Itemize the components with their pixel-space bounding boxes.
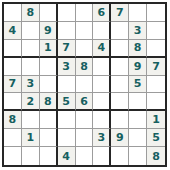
cell-r6c5[interactable]: 6 (76, 93, 94, 111)
cell-r1c5[interactable] (76, 4, 94, 22)
cell-r4c6[interactable] (93, 58, 111, 76)
cell-r2c3[interactable]: 9 (40, 22, 58, 40)
cell-r6c4[interactable]: 5 (58, 93, 76, 111)
cell-r6c3[interactable]: 8 (40, 93, 58, 111)
cell-r4c7[interactable] (111, 58, 129, 76)
cell-r4c9[interactable]: 7 (147, 58, 165, 76)
cell-r1c4[interactable] (58, 4, 76, 22)
cell-r5c4[interactable] (58, 76, 76, 94)
cell-r8c6[interactable]: 3 (93, 129, 111, 147)
cell-r5c2[interactable]: 3 (22, 76, 40, 94)
cell-r5c3[interactable] (40, 76, 58, 94)
cell-r6c9[interactable] (147, 93, 165, 111)
cell-r2c4[interactable] (58, 22, 76, 40)
cell-r3c7[interactable] (111, 40, 129, 58)
cell-r5c5[interactable] (76, 76, 94, 94)
cell-r2c8[interactable]: 3 (129, 22, 147, 40)
cell-r9c3[interactable] (40, 147, 58, 165)
sudoku-page: 86749317483897735285681139548 (0, 0, 170, 170)
cell-r2c9[interactable] (147, 22, 165, 40)
cell-r7c5[interactable] (76, 111, 94, 129)
cell-r3c8[interactable]: 8 (129, 40, 147, 58)
cell-r8c2[interactable]: 1 (22, 129, 40, 147)
cell-r1c1[interactable] (4, 4, 22, 22)
cell-r9c4[interactable]: 4 (58, 147, 76, 165)
cell-r8c9[interactable]: 5 (147, 129, 165, 147)
cell-r4c2[interactable] (22, 58, 40, 76)
cell-r5c7[interactable] (111, 76, 129, 94)
cell-r2c7[interactable] (111, 22, 129, 40)
cell-r9c9[interactable]: 8 (147, 147, 165, 165)
cell-r9c6[interactable] (93, 147, 111, 165)
cell-r4c1[interactable] (4, 58, 22, 76)
cell-r1c7[interactable]: 7 (111, 4, 129, 22)
cell-r9c1[interactable] (4, 147, 22, 165)
cell-r8c4[interactable] (58, 129, 76, 147)
cell-r2c2[interactable] (22, 22, 40, 40)
cell-r6c1[interactable] (4, 93, 22, 111)
cell-r5c6[interactable] (93, 76, 111, 94)
cell-r5c8[interactable]: 5 (129, 76, 147, 94)
cell-r3c3[interactable]: 1 (40, 40, 58, 58)
cell-r8c3[interactable] (40, 129, 58, 147)
cell-r7c6[interactable] (93, 111, 111, 129)
cell-r4c3[interactable] (40, 58, 58, 76)
cell-r3c1[interactable] (4, 40, 22, 58)
cell-r8c8[interactable] (129, 129, 147, 147)
cell-r2c5[interactable] (76, 22, 94, 40)
cell-r2c6[interactable] (93, 22, 111, 40)
cell-r8c5[interactable] (76, 129, 94, 147)
cell-r1c6[interactable]: 6 (93, 4, 111, 22)
cell-r9c8[interactable] (129, 147, 147, 165)
cell-r8c1[interactable] (4, 129, 22, 147)
cell-r3c4[interactable]: 7 (58, 40, 76, 58)
cell-r7c9[interactable]: 1 (147, 111, 165, 129)
cell-r3c5[interactable] (76, 40, 94, 58)
cell-r7c8[interactable] (129, 111, 147, 129)
cell-r1c3[interactable] (40, 4, 58, 22)
cell-r3c6[interactable]: 4 (93, 40, 111, 58)
cell-r4c4[interactable]: 3 (58, 58, 76, 76)
cell-r7c3[interactable] (40, 111, 58, 129)
cell-r1c2[interactable]: 8 (22, 4, 40, 22)
cell-r5c1[interactable]: 7 (4, 76, 22, 94)
cell-r3c9[interactable] (147, 40, 165, 58)
cell-r6c6[interactable] (93, 93, 111, 111)
cell-r6c2[interactable]: 2 (22, 93, 40, 111)
cell-r1c9[interactable] (147, 4, 165, 22)
cell-r8c7[interactable]: 9 (111, 129, 129, 147)
cell-r7c4[interactable] (58, 111, 76, 129)
cell-r4c8[interactable]: 9 (129, 58, 147, 76)
sudoku-board: 86749317483897735285681139548 (2, 2, 167, 167)
cell-r2c1[interactable]: 4 (4, 22, 22, 40)
cell-r7c2[interactable] (22, 111, 40, 129)
cell-r9c2[interactable] (22, 147, 40, 165)
cell-r3c2[interactable] (22, 40, 40, 58)
cell-r7c7[interactable] (111, 111, 129, 129)
cell-r1c8[interactable] (129, 4, 147, 22)
cell-r5c9[interactable] (147, 76, 165, 94)
cell-r9c5[interactable] (76, 147, 94, 165)
cell-r4c5[interactable]: 8 (76, 58, 94, 76)
cell-r9c7[interactable] (111, 147, 129, 165)
cell-r7c1[interactable]: 8 (4, 111, 22, 129)
cell-r6c7[interactable] (111, 93, 129, 111)
cell-r6c8[interactable] (129, 93, 147, 111)
